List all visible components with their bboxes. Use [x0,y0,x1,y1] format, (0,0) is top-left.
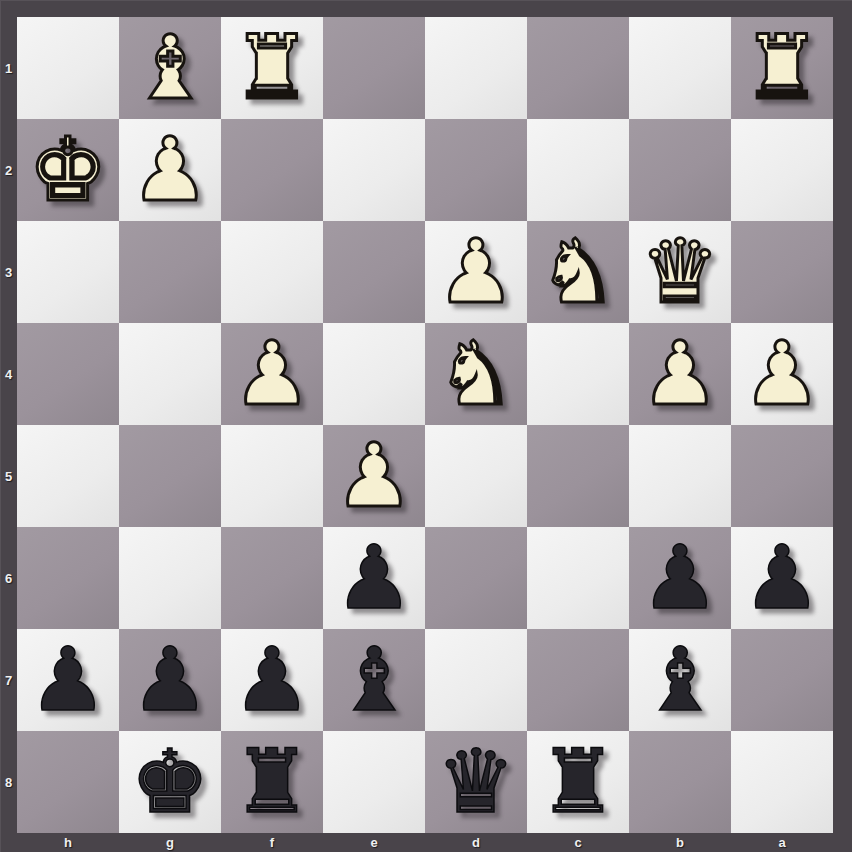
white-rook[interactable]: ♜ [731,17,833,119]
square-c7[interactable] [527,629,629,731]
white-knight[interactable]: ♞ [425,323,527,425]
square-g4[interactable] [119,323,221,425]
square-g8[interactable]: ♚ [119,731,221,833]
file-labels: hgfedcba [17,833,833,852]
file-label-a: a [731,833,833,852]
square-d4[interactable]: ♞ [425,323,527,425]
square-h7[interactable]: ♟ [17,629,119,731]
square-b8[interactable] [629,731,731,833]
black-rook[interactable]: ♜ [221,731,323,833]
rank-labels: 12345678 [0,17,17,833]
square-b1[interactable] [629,17,731,119]
square-g1[interactable]: ♝ [119,17,221,119]
square-g5[interactable] [119,425,221,527]
square-e6[interactable]: ♟ [323,527,425,629]
white-rook[interactable]: ♜ [221,17,323,119]
file-label-d: d [425,833,527,852]
square-h6[interactable] [17,527,119,629]
square-g3[interactable] [119,221,221,323]
square-f2[interactable] [221,119,323,221]
square-f6[interactable] [221,527,323,629]
square-d6[interactable] [425,527,527,629]
white-pawn[interactable]: ♟ [629,323,731,425]
square-c5[interactable] [527,425,629,527]
rank-label-2: 2 [0,119,17,221]
square-b6[interactable]: ♟ [629,527,731,629]
square-b3[interactable]: ♛ [629,221,731,323]
file-label-g: g [119,833,221,852]
square-g2[interactable]: ♟ [119,119,221,221]
square-b2[interactable] [629,119,731,221]
square-f4[interactable]: ♟ [221,323,323,425]
square-a1[interactable]: ♜ [731,17,833,119]
file-label-h: h [17,833,119,852]
square-e3[interactable] [323,221,425,323]
square-e7[interactable]: ♝ [323,629,425,731]
square-e8[interactable] [323,731,425,833]
square-d5[interactable] [425,425,527,527]
square-a7[interactable] [731,629,833,731]
white-pawn[interactable]: ♟ [731,323,833,425]
square-g7[interactable]: ♟ [119,629,221,731]
square-c3[interactable]: ♞ [527,221,629,323]
square-h2[interactable]: ♚ [17,119,119,221]
rank-label-8: 8 [0,731,17,833]
square-e1[interactable] [323,17,425,119]
square-h8[interactable] [17,731,119,833]
square-f5[interactable] [221,425,323,527]
black-pawn[interactable]: ♟ [731,527,833,629]
black-pawn[interactable]: ♟ [17,629,119,731]
square-c8[interactable]: ♜ [527,731,629,833]
black-bishop[interactable]: ♝ [629,629,731,731]
square-f7[interactable]: ♟ [221,629,323,731]
black-bishop[interactable]: ♝ [323,629,425,731]
square-d3[interactable]: ♟ [425,221,527,323]
square-a4[interactable]: ♟ [731,323,833,425]
chess-board-frame: 12345678 ♝♜♜♚♟♟♞♛♟♞♟♟♟♟♟♟♟♟♟♝♝♚♜♛♜ hgfed… [0,0,852,852]
square-e4[interactable] [323,323,425,425]
square-c4[interactable] [527,323,629,425]
black-pawn[interactable]: ♟ [119,629,221,731]
square-d1[interactable] [425,17,527,119]
square-a6[interactable]: ♟ [731,527,833,629]
square-b4[interactable]: ♟ [629,323,731,425]
white-queen[interactable]: ♛ [629,221,731,323]
square-h4[interactable] [17,323,119,425]
square-a8[interactable] [731,731,833,833]
square-g6[interactable] [119,527,221,629]
black-pawn[interactable]: ♟ [629,527,731,629]
white-pawn[interactable]: ♟ [425,221,527,323]
rank-label-3: 3 [0,221,17,323]
white-pawn[interactable]: ♟ [119,119,221,221]
square-c1[interactable] [527,17,629,119]
black-rook[interactable]: ♜ [527,731,629,833]
square-h5[interactable] [17,425,119,527]
file-label-c: c [527,833,629,852]
white-king[interactable]: ♚ [17,119,119,221]
rank-label-6: 6 [0,527,17,629]
rank-label-5: 5 [0,425,17,527]
rank-label-4: 4 [0,323,17,425]
square-c2[interactable] [527,119,629,221]
white-knight[interactable]: ♞ [527,221,629,323]
black-queen[interactable]: ♛ [425,731,527,833]
square-e2[interactable] [323,119,425,221]
file-label-e: e [323,833,425,852]
square-a3[interactable] [731,221,833,323]
rank-label-1: 1 [0,17,17,119]
square-e5[interactable]: ♟ [323,425,425,527]
square-f3[interactable] [221,221,323,323]
square-b5[interactable] [629,425,731,527]
black-pawn[interactable]: ♟ [221,629,323,731]
white-bishop[interactable]: ♝ [119,17,221,119]
rank-label-7: 7 [0,629,17,731]
white-pawn[interactable]: ♟ [221,323,323,425]
black-king[interactable]: ♚ [119,731,221,833]
square-a2[interactable] [731,119,833,221]
square-h1[interactable] [17,17,119,119]
file-label-b: b [629,833,731,852]
square-d8[interactable]: ♛ [425,731,527,833]
square-a5[interactable] [731,425,833,527]
square-d7[interactable] [425,629,527,731]
square-c6[interactable] [527,527,629,629]
square-d2[interactable] [425,119,527,221]
chess-board: ♝♜♜♚♟♟♞♛♟♞♟♟♟♟♟♟♟♟♟♝♝♚♜♛♜ [17,17,833,833]
square-f1[interactable]: ♜ [221,17,323,119]
white-pawn[interactable]: ♟ [323,425,425,527]
square-h3[interactable] [17,221,119,323]
square-f8[interactable]: ♜ [221,731,323,833]
square-b7[interactable]: ♝ [629,629,731,731]
file-label-f: f [221,833,323,852]
black-pawn[interactable]: ♟ [323,527,425,629]
